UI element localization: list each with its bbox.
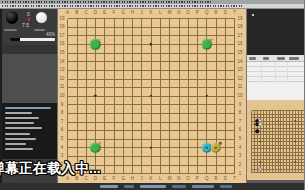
grid-line-h	[68, 104, 235, 105]
coord-label-left: 17	[59, 33, 64, 38]
bottom-status-bar[interactable]	[0, 183, 304, 190]
coord-label-top: Q	[205, 10, 209, 15]
coord-label-left: 10	[59, 94, 64, 99]
coord-label-right: 5	[239, 137, 242, 142]
coord-label-right: 15	[237, 51, 242, 56]
app-screen: 0 7.5 40% AABBCCDDEEFFGGHHJJKKLLMMNNOOPP…	[0, 0, 304, 190]
coord-label-left: 4	[61, 145, 64, 150]
coord-label-left: 6	[61, 128, 64, 133]
table-header-cell	[277, 57, 285, 60]
komi-value: 7.5	[22, 23, 29, 28]
white-player-label	[34, 29, 45, 32]
grid-line-h	[68, 113, 235, 114]
coord-label-top: D	[94, 10, 97, 15]
grid-line-h	[68, 156, 235, 157]
coord-label-right: 4	[239, 145, 242, 150]
grid-line-v	[179, 19, 180, 174]
graph-start-point	[252, 14, 255, 17]
grid-line-v	[234, 19, 235, 174]
coord-label-top: N	[177, 10, 180, 15]
move-number: 0	[27, 12, 30, 17]
coord-label-bottom: R	[214, 177, 217, 182]
grid-line-v	[188, 19, 189, 174]
coord-label-bottom: G	[121, 177, 125, 182]
player-panel-footer	[2, 45, 57, 54]
grid-line-h	[68, 139, 235, 140]
coord-label-bottom: N	[177, 177, 180, 182]
coord-label-bottom: M	[168, 177, 172, 182]
progress-label: 40%	[46, 32, 55, 37]
coord-label-top: R	[214, 10, 217, 15]
loading-overlay-text: 弹幕正在载入中...	[0, 160, 101, 178]
suggestion-Q16[interactable]	[201, 39, 211, 49]
table-header-cell	[289, 57, 299, 60]
coord-label-right: 6	[239, 128, 242, 133]
console-line	[5, 148, 33, 150]
coord-label-left: 13	[59, 68, 64, 73]
coord-label-right: 2	[239, 163, 242, 168]
status-bar-text	[220, 185, 232, 188]
coord-label-right: 16	[237, 42, 242, 47]
main-go-board[interactable]: AABBCCDDEEFFGGHHJJKKLLMMNNOOPPQQRRSSTT19…	[57, 9, 246, 184]
coord-label-bottom: L	[159, 177, 162, 182]
coord-label-top: S	[224, 10, 227, 15]
coord-label-top: T	[233, 10, 236, 15]
coord-label-left: 16	[59, 42, 64, 47]
suggestion-R4[interactable]	[211, 142, 221, 152]
table-header-cell	[249, 57, 256, 60]
coord-label-left: 15	[59, 51, 64, 56]
coord-label-bottom: E	[103, 177, 106, 182]
coord-label-right: 19	[237, 16, 242, 21]
coord-label-bottom: T	[233, 177, 236, 182]
grid-line-v	[197, 19, 198, 174]
table-col-line	[275, 62, 276, 83]
console-line	[5, 138, 36, 140]
grid-line-v	[160, 19, 161, 174]
coord-label-left: 18	[59, 25, 64, 30]
status-bar-text	[124, 185, 134, 188]
coord-label-left: 12	[59, 77, 64, 82]
winrate-graph-panel[interactable]	[247, 9, 305, 56]
grid-line-h	[68, 122, 235, 123]
coord-label-right: 17	[237, 33, 242, 38]
console-line	[5, 107, 51, 109]
status-bar-text	[100, 185, 118, 188]
coord-label-top: C	[84, 10, 87, 15]
coord-label-top: K	[149, 10, 152, 15]
coord-label-bottom: O	[186, 177, 190, 182]
status-bar-text	[192, 185, 214, 188]
coord-label-left: 14	[59, 59, 64, 64]
suggestion-mark	[214, 147, 217, 149]
coord-label-left: 5	[61, 137, 64, 142]
coord-label-right: 9	[239, 102, 242, 107]
grid-line-h	[68, 130, 235, 131]
coord-label-top: M	[168, 10, 172, 15]
console-line	[5, 122, 34, 124]
coord-label-right: 12	[237, 77, 242, 82]
console-line	[5, 143, 26, 145]
table-col-line	[287, 62, 288, 83]
coord-label-top: H	[131, 10, 134, 15]
coord-label-right: 10	[237, 94, 242, 99]
suggestion-notch-icon	[210, 39, 213, 42]
coord-label-bottom: P	[196, 177, 199, 182]
coord-label-right: 13	[237, 68, 242, 73]
winrate-bar-black-segment	[10, 38, 20, 42]
suggestion-D4[interactable]	[90, 142, 100, 152]
coord-label-top: A	[66, 10, 69, 15]
coord-label-left: 8	[61, 111, 64, 116]
suggestion-D16[interactable]	[90, 39, 100, 49]
coord-label-bottom: J	[141, 177, 143, 182]
table-header-cell	[263, 57, 269, 60]
suggestion-mark	[205, 147, 208, 149]
coord-label-top: G	[121, 10, 125, 15]
black-player-label	[4, 29, 17, 32]
console-line	[5, 133, 30, 135]
coord-label-right: 8	[239, 111, 242, 116]
winrate-bar	[10, 38, 55, 42]
table-col-line	[261, 62, 262, 83]
coord-label-bottom: K	[149, 177, 152, 182]
coord-label-bottom: F	[113, 177, 116, 182]
console-line	[5, 127, 42, 129]
coord-label-top: J	[141, 10, 143, 15]
status-bar-text	[172, 185, 186, 188]
coord-label-right: 3	[239, 154, 242, 159]
player-panel: 0 7.5 40%	[2, 9, 57, 54]
suggestion-notch-icon	[219, 142, 222, 145]
sidebar: 0 7.5 40%	[2, 9, 57, 184]
coord-label-top: L	[159, 10, 162, 15]
status-bar-text	[140, 185, 166, 188]
mini-stone-white-D15	[258, 122, 262, 126]
console-line	[5, 112, 32, 114]
coord-label-right: 1	[239, 171, 242, 176]
coord-label-left: 7	[61, 120, 64, 125]
black-player-stone-icon	[6, 11, 19, 24]
coord-label-right: 18	[237, 25, 242, 30]
grid-line-v	[225, 19, 226, 174]
red-marker-icon	[28, 18, 30, 21]
suggestion-notch-icon	[98, 39, 101, 42]
console-log-panel	[2, 103, 57, 159]
coord-label-right: 7	[239, 120, 242, 125]
coord-label-top: E	[103, 10, 106, 15]
coord-label-bottom: H	[131, 177, 134, 182]
analysis-table[interactable]	[247, 55, 305, 100]
coord-label-top: B	[75, 10, 78, 15]
right-column	[246, 9, 305, 184]
coord-label-left: 19	[59, 16, 64, 21]
preview-go-board[interactable]	[247, 100, 305, 180]
console-line	[5, 117, 39, 119]
grid-line-v	[169, 19, 170, 174]
coord-label-left: 11	[60, 85, 65, 90]
mini-stone-white-D2	[258, 167, 262, 171]
coord-label-left: 9	[61, 102, 64, 107]
coord-label-bottom: S	[224, 177, 227, 182]
coord-label-left: 3	[61, 154, 64, 159]
suggestion-notch-icon	[98, 142, 101, 145]
sidebar-empty-panel	[2, 54, 57, 104]
coord-label-bottom: Q	[205, 177, 209, 182]
coord-label-right: 11	[238, 85, 243, 90]
coord-label-right: 14	[237, 59, 242, 64]
coord-label-top: P	[196, 10, 199, 15]
white-player-stone-icon	[36, 12, 48, 24]
coord-label-top: F	[113, 10, 116, 15]
coord-label-top: O	[186, 10, 190, 15]
mini-stone-black-C13	[256, 129, 260, 133]
